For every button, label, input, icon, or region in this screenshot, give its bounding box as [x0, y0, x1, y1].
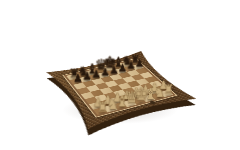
- piece-black-pawn: ♟: [68, 73, 88, 84]
- chess-set-photo: ♜♞♝♛♚♝♞♜♟♟♟♟♟♟♟♟♟♟♟♟♟♟♟♟♜♞♝♛♚♝♞♜: [0, 0, 240, 150]
- piece-white-rook: ♜: [92, 101, 114, 114]
